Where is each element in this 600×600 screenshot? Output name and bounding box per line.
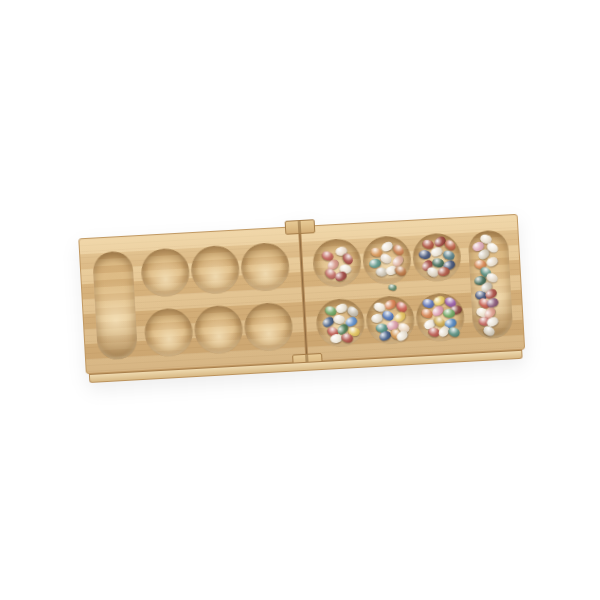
pit-left-bottom-2[interactable] [193,304,244,355]
pit-left-bottom-1[interactable] [143,307,194,358]
loose-stone-layer [299,215,526,363]
board-surface [78,214,525,374]
pit-left-top-2[interactable] [190,244,241,295]
mancala-board [78,214,525,384]
stone [387,284,397,292]
board-right-half [299,215,526,363]
left-store[interactable] [92,250,138,360]
pit-left-top-3[interactable] [240,242,291,293]
board-left-half [79,227,306,375]
hinge-top [285,219,316,235]
pit-left-bottom-3[interactable] [243,302,294,353]
pit-left-top-1[interactable] [140,247,191,298]
product-photo-scene [0,0,600,600]
